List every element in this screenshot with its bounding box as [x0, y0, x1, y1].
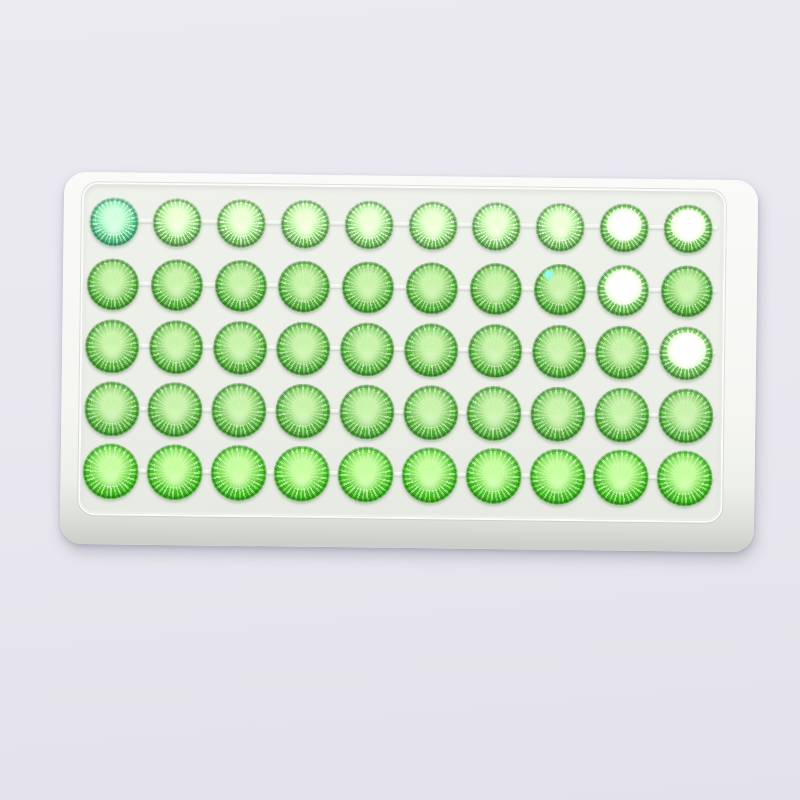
gem-r4-c10: [658, 388, 714, 444]
gem-r3-c2: [149, 320, 204, 375]
gem-r4-c6: [403, 385, 459, 441]
gem-r2-c7: [469, 262, 522, 315]
gem-r1-c4: [280, 199, 330, 249]
gem-grid: [64, 172, 758, 180]
gem-r1-c10: [663, 204, 713, 254]
gem-r1-c9: [599, 203, 649, 253]
gem-r1-c7: [472, 201, 522, 251]
gem-r2-c3: [214, 259, 267, 312]
gem-r1-c5: [344, 200, 394, 250]
gem-r2-c5: [342, 261, 395, 314]
gem-r5-c2: [146, 444, 203, 501]
gem-r1-c1: [89, 197, 139, 247]
gem-r2-c10: [661, 265, 714, 318]
gem-r2-c1: [87, 258, 140, 311]
gem-r1-c3: [216, 198, 266, 248]
gem-r4-c4: [275, 383, 331, 439]
gem-r2-c4: [278, 260, 331, 313]
gem-r3-c7: [468, 324, 523, 379]
gem-tray: [60, 172, 758, 552]
gem-r1-c8: [535, 202, 585, 252]
gem-r4-c9: [594, 387, 650, 443]
gem-r1-c6: [408, 200, 458, 250]
gem-r2-c9: [597, 264, 650, 317]
gem-r4-c1: [84, 381, 140, 437]
gem-r4-c5: [339, 384, 395, 440]
gem-tray-photo: [0, 0, 800, 800]
gem-r2-c8: [533, 263, 586, 316]
gem-r2-c6: [406, 261, 459, 314]
gem-r1-c2: [153, 197, 203, 247]
gem-r3-c3: [212, 321, 267, 376]
gem-r3-c8: [531, 325, 586, 380]
gem-r5-c3: [210, 445, 267, 502]
gem-r5-c7: [465, 448, 522, 505]
gem-r5-c8: [529, 448, 586, 505]
gem-r2-c2: [150, 258, 203, 311]
